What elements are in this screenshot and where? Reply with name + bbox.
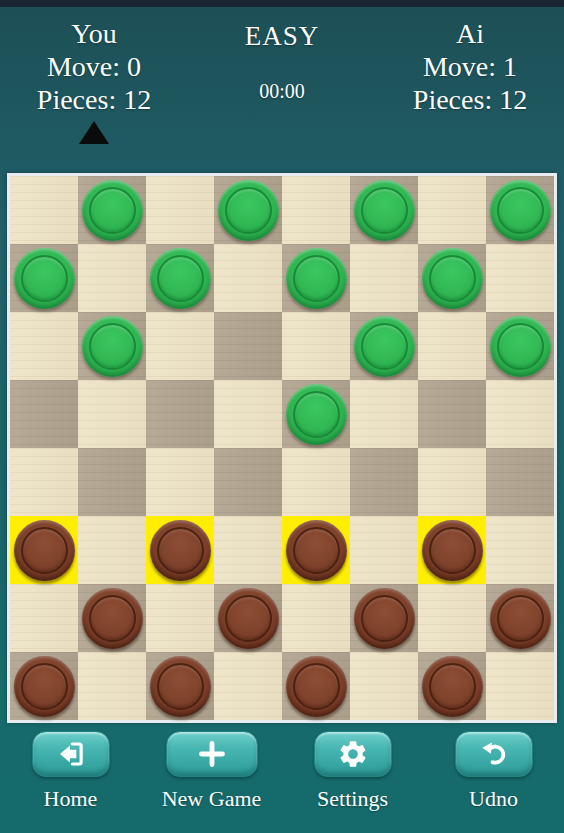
board-square[interactable] xyxy=(486,584,554,652)
board-square[interactable] xyxy=(282,244,350,312)
status-bar-strip xyxy=(0,0,564,7)
board-square[interactable] xyxy=(214,176,282,244)
ai-piece-count: Pieces: 12 xyxy=(376,83,564,116)
toolbar-item-new-game: New Game xyxy=(141,731,282,812)
checker-piece-brown[interactable] xyxy=(218,588,279,649)
checker-piece-green xyxy=(490,180,551,241)
checker-piece-brown[interactable] xyxy=(14,520,75,581)
app-screen: You Move: 0 Pieces: 12 EASY 00:00 Ai Mov… xyxy=(0,0,564,812)
board-square xyxy=(10,448,78,516)
board-square[interactable] xyxy=(214,312,282,380)
board-square xyxy=(78,652,146,720)
checker-piece-green xyxy=(82,180,143,241)
ai-panel: Ai Move: 1 Pieces: 12 xyxy=(376,17,564,173)
center-panel: EASY 00:00 xyxy=(188,17,376,173)
board-square xyxy=(10,312,78,380)
board-square xyxy=(486,380,554,448)
gear-icon xyxy=(337,738,369,770)
player-move-count: Move: 0 xyxy=(0,50,188,83)
board-square xyxy=(350,244,418,312)
board-square-highlighted[interactable] xyxy=(10,516,78,584)
board-square-highlighted[interactable] xyxy=(146,516,214,584)
board-square-highlighted[interactable] xyxy=(418,516,486,584)
game-timer: 00:00 xyxy=(188,80,376,103)
checker-piece-brown[interactable] xyxy=(422,656,483,717)
plus-icon xyxy=(195,737,229,771)
checker-piece-green xyxy=(14,248,75,309)
board-square xyxy=(282,448,350,516)
checker-piece-brown[interactable] xyxy=(14,656,75,717)
board-square[interactable] xyxy=(214,584,282,652)
checker-piece-green xyxy=(218,180,279,241)
board-square xyxy=(146,312,214,380)
board-square[interactable] xyxy=(10,380,78,448)
checker-piece-green xyxy=(354,180,415,241)
board-square xyxy=(282,584,350,652)
board-square xyxy=(10,584,78,652)
board-square-highlighted[interactable] xyxy=(282,516,350,584)
undo-button[interactable] xyxy=(455,731,533,777)
player-piece-count: Pieces: 12 xyxy=(0,83,188,116)
board-square[interactable] xyxy=(282,380,350,448)
board-square[interactable] xyxy=(146,380,214,448)
board-square xyxy=(350,380,418,448)
board-square[interactable] xyxy=(350,176,418,244)
checker-piece-green xyxy=(150,248,211,309)
home-label: Home xyxy=(44,786,98,812)
settings-label: Settings xyxy=(317,786,388,812)
board-square xyxy=(418,312,486,380)
difficulty-label: EASY xyxy=(188,20,376,53)
board-square[interactable] xyxy=(418,652,486,720)
undo-label: Udno xyxy=(469,786,518,812)
board-square xyxy=(282,176,350,244)
board-square xyxy=(146,448,214,516)
toolbar-item-undo: Udno xyxy=(423,731,564,812)
checker-piece-green xyxy=(354,316,415,377)
board-square xyxy=(78,380,146,448)
ai-move-count: Move: 1 xyxy=(376,50,564,83)
checker-piece-brown[interactable] xyxy=(422,520,483,581)
toolbar-item-settings: Settings xyxy=(282,731,423,812)
toolbar-item-home: Home xyxy=(0,731,141,812)
board-square xyxy=(418,448,486,516)
board-square xyxy=(78,244,146,312)
game-header: You Move: 0 Pieces: 12 EASY 00:00 Ai Mov… xyxy=(0,7,564,173)
board-square xyxy=(418,176,486,244)
board-square[interactable] xyxy=(486,448,554,516)
new-game-label: New Game xyxy=(162,786,262,812)
checker-piece-green xyxy=(286,248,347,309)
board-square[interactable] xyxy=(486,176,554,244)
checker-piece-brown[interactable] xyxy=(286,520,347,581)
board-square[interactable] xyxy=(78,312,146,380)
board-square[interactable] xyxy=(282,652,350,720)
board-square[interactable] xyxy=(78,584,146,652)
board-square xyxy=(146,584,214,652)
ai-name: Ai xyxy=(376,17,564,50)
board-square xyxy=(10,176,78,244)
exit-icon xyxy=(55,738,87,770)
player-panel: You Move: 0 Pieces: 12 xyxy=(0,17,188,173)
checker-piece-brown[interactable] xyxy=(150,656,211,717)
board-square xyxy=(214,652,282,720)
checker-piece-green xyxy=(490,316,551,377)
home-button[interactable] xyxy=(32,731,110,777)
board-square xyxy=(418,584,486,652)
bottom-toolbar: Home New Game Settings xyxy=(0,731,564,812)
board-square[interactable] xyxy=(146,244,214,312)
board-square[interactable] xyxy=(350,448,418,516)
board-square xyxy=(214,380,282,448)
checker-piece-brown[interactable] xyxy=(490,588,551,649)
board-square[interactable] xyxy=(214,448,282,516)
checker-piece-brown[interactable] xyxy=(286,656,347,717)
board-square xyxy=(214,516,282,584)
board-square xyxy=(78,516,146,584)
checker-piece-brown[interactable] xyxy=(354,588,415,649)
new-game-button[interactable] xyxy=(166,731,258,777)
checker-piece-brown[interactable] xyxy=(150,520,211,581)
board-square[interactable] xyxy=(78,176,146,244)
checker-piece-green xyxy=(422,248,483,309)
board-square[interactable] xyxy=(350,584,418,652)
checkers-board xyxy=(7,173,557,723)
turn-indicator-triangle xyxy=(79,121,109,144)
board-square[interactable] xyxy=(418,244,486,312)
board-square[interactable] xyxy=(146,652,214,720)
board-square xyxy=(214,244,282,312)
board-square[interactable] xyxy=(486,312,554,380)
board-square xyxy=(486,652,554,720)
checker-piece-green xyxy=(286,384,347,445)
board-square[interactable] xyxy=(418,380,486,448)
board-square xyxy=(146,176,214,244)
board-square xyxy=(486,244,554,312)
checker-piece-green xyxy=(82,316,143,377)
board-square xyxy=(350,652,418,720)
settings-button[interactable] xyxy=(314,731,392,777)
player-name: You xyxy=(0,17,188,50)
undo-icon xyxy=(478,738,510,770)
board-square xyxy=(350,516,418,584)
board-square xyxy=(486,516,554,584)
board-square xyxy=(282,312,350,380)
checker-piece-brown[interactable] xyxy=(82,588,143,649)
board-square[interactable] xyxy=(10,652,78,720)
board-square[interactable] xyxy=(350,312,418,380)
board-square[interactable] xyxy=(10,244,78,312)
board-square[interactable] xyxy=(78,448,146,516)
